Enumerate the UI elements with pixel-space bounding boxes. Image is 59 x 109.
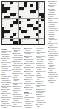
clue-text: Careful with fine print [2, 66, 11, 69]
clue-text: Return made at the net [49, 38, 57, 43]
clue-text: Very deep anger [37, 48, 44, 51]
clue-text: Great deal of fuss [37, 85, 46, 88]
clue-text: Over a great area [49, 18, 58, 21]
cell-number: 4 [13, 2, 14, 3]
cell-number: 47 [30, 27, 31, 28]
cell-number: 18 [7, 10, 8, 11]
clue-text: Rooms kept for guests [37, 91, 46, 94]
clue-text: Tall tree with acorns [14, 73, 23, 76]
cell-number: 46 [27, 27, 28, 28]
clue-text: Vote against the motion [2, 82, 11, 85]
cell-number: 25 [33, 13, 34, 14]
cell-number: 13 [10, 4, 11, 5]
clue-across-40: 40 Five hundred sheets [12, 77, 23, 82]
clue-text: Green spot in the sand [25, 59, 33, 62]
cell-number: 59 [13, 36, 14, 37]
clue-text: Come down to the ground [14, 57, 23, 60]
cell-number: 32 [7, 19, 8, 20]
cell-number: 15 [10, 7, 11, 8]
cell-number: 49 [10, 30, 11, 31]
clue-text: Tool for turning soil [2, 101, 9, 104]
cell-number: 57 [39, 33, 40, 34]
clue-text: Stuff that sticks [25, 56, 32, 59]
clue-across-28: 28 Kept well out of sight [1, 105, 12, 108]
clue-text: Test given out loud [25, 71, 33, 74]
clue-text: Cool summer drink [2, 74, 11, 77]
cell-number: 60 [30, 36, 31, 37]
clue-text: Two that go together [25, 52, 34, 55]
clue-text: Wooden golf peg [2, 70, 11, 73]
cell-number: 29 [39, 16, 40, 17]
clue-text: Water in the winter [14, 83, 23, 86]
clue-text: Drink of the leaves [49, 43, 57, 46]
clue-column-right: 27 Tell others what to do29 Lose all ene… [48, 1, 59, 108]
clue-text: Five hundred sheets [14, 77, 20, 82]
cell-number: 64 [24, 39, 25, 40]
clue-text: Long seat in church [49, 76, 58, 79]
cell-number: 38 [42, 21, 43, 22]
clue-text: Went along by horse [49, 22, 57, 25]
cell-number: 28 [22, 16, 23, 17]
cell-number: 5 [16, 2, 17, 3]
cell-number: 9 [33, 2, 34, 3]
clue-text: Very small amount [2, 89, 10, 92]
clue-text: Story hard to believe [37, 56, 46, 59]
clue-text: Come in ahead of all [37, 63, 45, 66]
clue-text: Very quick look [14, 102, 22, 105]
clue-text: Brick dried in the sun [25, 83, 34, 86]
cell-number: 56 [22, 33, 23, 34]
clue-column-2: 30 One who bakes the bread33 Bird that h… [12, 48, 23, 109]
clue-text: Away from the house [14, 69, 22, 72]
cell-number: 68 [22, 41, 23, 42]
clue-text: Card that wins the trick [49, 72, 58, 75]
cell-number: 55 [16, 33, 17, 34]
clue-text: Goes bad over time [37, 59, 44, 62]
clue-text: Painting or sculpture [25, 105, 32, 108]
clue-text: Up to the job at hand [25, 63, 34, 66]
clue-text: Tell others what to do [49, 1, 57, 4]
clue-text: Brightest star in the sky [14, 61, 23, 64]
clue-text: Small plot of ground [14, 98, 23, 101]
cell-number: 65 [27, 39, 28, 40]
cell-number: 19 [19, 10, 20, 11]
cell-number: 27 [13, 16, 14, 17]
clue-text: Product of the henhouse [14, 94, 23, 97]
cell-number: 20 [22, 10, 23, 11]
clue-across-53: 53 Large deer of the north [12, 106, 23, 108]
cell-number: 11 [42, 2, 43, 3]
cell-number: 37 [39, 21, 40, 22]
cell-number: 58 [4, 36, 5, 37]
clue-text: Take by force [49, 59, 55, 62]
cell-number: 50 [19, 30, 20, 31]
crossword-grid[interactable]: 1234567891011121314151617181920212223242… [1, 1, 46, 46]
cell-number: 21 [36, 10, 37, 11]
clue-text: Bird that hoots at night [14, 53, 23, 56]
cell-number: 43 [4, 27, 5, 28]
cell-number: 17 [39, 7, 40, 8]
clue-text: Cry heard in the fold [2, 93, 11, 96]
clue-text: Solid dry ground [49, 80, 56, 83]
cell-number: 42 [33, 24, 34, 25]
clue-text: Pulled to pieces [49, 14, 56, 17]
cell-number: 54 [7, 33, 8, 34]
cell-number: 45 [22, 27, 23, 28]
clue-text: Dropped in the mailbox [2, 54, 10, 57]
clue-text: Smaller amount [49, 34, 55, 37]
cell-number: 39 [2, 24, 3, 25]
cell-number: 8 [27, 2, 28, 3]
clue-text: Old city of emperors [14, 86, 21, 89]
clue-text: Deep singing voice [25, 97, 34, 100]
cell-number: 61 [2, 39, 3, 40]
cell-number: 62 [13, 39, 14, 40]
clue-text: Line on a weather map [37, 100, 46, 103]
clue-down-16: 16 Bring together as one [36, 75, 47, 80]
clue-text: Chips put in the pot [2, 58, 10, 61]
clue-column-4: 6 Very deep anger7 Quiet place to rest8 … [36, 48, 47, 109]
cell-number: 52 [33, 30, 34, 31]
cell-number: 16 [24, 7, 25, 8]
cell-number: 2 [4, 2, 5, 3]
clue-text: Point the finger at [37, 81, 44, 84]
clue-text: Coming into view at last [2, 97, 11, 100]
cell-number: 34 [30, 19, 31, 20]
clue-text: Craft poled on rivers [49, 47, 57, 50]
clue-text: Birds trained to hunt [49, 55, 58, 58]
cell-number: 10 [39, 2, 40, 3]
clue-text: One spinning yarns [49, 63, 55, 68]
clue-text: Support for a table [37, 71, 46, 74]
cell-number: 3 [7, 2, 8, 3]
clue-text: Animal known for cunning [49, 9, 56, 14]
cell-number: 7 [22, 2, 23, 3]
cell-number: 66 [39, 39, 40, 40]
cell-number: 36 [22, 21, 23, 22]
cell-number: 1 [2, 2, 3, 3]
clue-text: Noisy unruly crowd [37, 67, 46, 70]
clue-text: Lose all energy [49, 5, 55, 8]
clue-text: Money placed on a race [37, 94, 45, 99]
clue-text: Sudden flash of light [49, 26, 57, 29]
clue-text: Seat for two or more [49, 30, 58, 33]
clue-text: Bring joy to [38, 89, 46, 90]
clue-text: Quiet place to rest [37, 52, 46, 55]
cell-number: 67 [2, 41, 3, 42]
clue-text: Small pet that purrs [2, 51, 11, 54]
clue-column-1: Across1 Small pet that purrs4 Dropped in… [1, 48, 12, 109]
clue-text: Higher up than [25, 93, 32, 96]
clue-text: Before, to the poet [25, 79, 32, 82]
cell-number: 51 [27, 30, 28, 31]
clue-text: Age in the history books [49, 51, 58, 54]
clue-text: Going on and on [25, 48, 32, 51]
clue-text: Said it one more time [25, 87, 33, 90]
clue-text: Taste of a lemon [14, 90, 21, 93]
cell-number: 44 [10, 27, 11, 28]
clue-text: Kept well out of sight [2, 105, 11, 108]
cell-number: 53 [4, 33, 5, 34]
cell-number: 22 [2, 13, 3, 14]
clue-down-5: 5 Painting or sculpture [24, 105, 35, 108]
cell-number: 23 [16, 13, 17, 14]
cell-number: 12 [4, 4, 5, 5]
clue-text: At every hour [37, 104, 43, 107]
clue-text: Take the wrapping off [2, 78, 10, 81]
cell-number: 48 [39, 27, 40, 28]
clue-text: Resting upon [49, 68, 55, 71]
cell-number: 35 [2, 21, 3, 22]
clue-text: First meal of the day [2, 86, 11, 89]
clue-text: One who bakes the bread [14, 48, 21, 53]
cell-number: 33 [19, 19, 20, 20]
cell-number: 6 [19, 2, 20, 3]
clue-text: Large deer of the north [14, 106, 22, 108]
clue-text: Rise and fall of the sea [25, 75, 34, 78]
clue-text: Age of great events [2, 62, 11, 65]
crossword-page: 1234567891011121314151617181920212223242… [0, 0, 59, 109]
cell-number: 24 [30, 13, 31, 14]
cell-number: 40 [13, 24, 14, 25]
cell-number: 63 [22, 39, 23, 40]
cell-number: 26 [10, 16, 11, 17]
cell-number: 14 [39, 4, 40, 5]
clue-column-3: 55 Going on and on57 Two that go togethe… [24, 48, 35, 109]
clue-text: Make up for a wrong [25, 67, 34, 70]
clue-text: Small brook or stream [14, 65, 23, 68]
cell-number: 30 [2, 19, 3, 20]
clue-text: Shade of the clear sky [25, 101, 34, 104]
grid-cell[interactable] [41, 41, 44, 44]
cell-number: 41 [16, 24, 17, 25]
cell-number: 31 [4, 19, 5, 20]
clue-text: Bring together as one [37, 75, 45, 80]
clue-down-65: 65 Solid dry ground [48, 80, 59, 84]
